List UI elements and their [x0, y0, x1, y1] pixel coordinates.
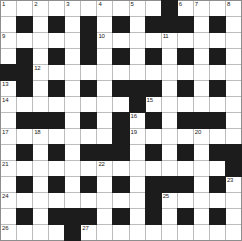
- cell-r5c14[interactable]: [226, 81, 241, 96]
- cell-r12c5[interactable]: [81, 193, 96, 208]
- cell-r8c8[interactable]: 19: [130, 129, 145, 144]
- block-cell-r7c7: [113, 113, 128, 128]
- cell-r0c6[interactable]: 4: [97, 1, 112, 16]
- cell-r2c8[interactable]: [130, 33, 145, 48]
- cell-r1c0[interactable]: [1, 17, 16, 32]
- block-cell-r1c11: [178, 17, 193, 32]
- cell-r7c10[interactable]: [162, 113, 177, 128]
- cell-r5c2[interactable]: [33, 81, 48, 96]
- cell-r14c5[interactable]: 27: [81, 225, 96, 240]
- cell-r11c14[interactable]: 23: [226, 177, 241, 192]
- cell-r9c12[interactable]: [194, 145, 209, 160]
- cell-r0c11[interactable]: 6: [178, 1, 193, 16]
- cell-r1c4[interactable]: [65, 17, 80, 32]
- cell-r12c0[interactable]: 24: [1, 193, 16, 208]
- cell-r12c11[interactable]: [178, 193, 193, 208]
- cell-r5c10[interactable]: [162, 81, 177, 96]
- cell-r12c8[interactable]: [130, 193, 145, 208]
- block-cell-r9c6: [97, 145, 112, 160]
- cell-r6c2[interactable]: [33, 97, 48, 112]
- block-cell-r9c3: [49, 145, 64, 160]
- cell-r11c0[interactable]: [1, 177, 16, 192]
- clue-number-26: 26: [2, 225, 8, 232]
- block-cell-r7c13: [210, 113, 225, 128]
- cell-r3c2[interactable]: [33, 49, 48, 64]
- block-cell-r1c5: [81, 17, 96, 32]
- cell-r9c10[interactable]: [162, 145, 177, 160]
- block-cell-r5c1: [17, 81, 32, 96]
- cell-r6c9[interactable]: 15: [146, 97, 161, 112]
- clue-number-9: 9: [2, 33, 5, 40]
- cell-r6c11[interactable]: [178, 97, 193, 112]
- block-cell-r5c7: [113, 81, 128, 96]
- cell-r3c12[interactable]: [194, 49, 209, 64]
- cell-r14c2[interactable]: [33, 225, 48, 240]
- block-cell-r12c9: [146, 193, 161, 208]
- cell-r3c8[interactable]: [130, 49, 145, 64]
- cell-r3c0[interactable]: [1, 49, 16, 64]
- cell-r10c0[interactable]: 21: [1, 161, 16, 176]
- cell-r8c9[interactable]: [146, 129, 161, 144]
- block-cell-r13c1: [17, 209, 32, 224]
- cell-r8c13[interactable]: [210, 129, 225, 144]
- block-cell-r13c3: [49, 209, 64, 224]
- cell-r0c8[interactable]: 5: [130, 1, 145, 16]
- cell-r10c10[interactable]: [162, 161, 177, 176]
- cell-r12c13[interactable]: [210, 193, 225, 208]
- cell-r2c14[interactable]: [226, 33, 241, 48]
- cell-r14c11[interactable]: [178, 225, 193, 240]
- cell-r10c5[interactable]: [81, 161, 96, 176]
- clue-number-25: 25: [163, 193, 169, 200]
- cell-r10c6[interactable]: 22: [97, 161, 112, 176]
- block-cell-r11c9: [146, 177, 161, 192]
- cell-r4c11[interactable]: [178, 65, 193, 80]
- cell-r7c4[interactable]: [65, 113, 80, 128]
- cell-r8c11[interactable]: [178, 129, 193, 144]
- block-cell-r5c8: [130, 81, 145, 96]
- block-cell-r9c7: [113, 145, 128, 160]
- block-cell-r13c5: [81, 209, 96, 224]
- cell-r13c8[interactable]: [130, 209, 145, 224]
- cell-r14c14[interactable]: [226, 225, 241, 240]
- clue-number-16: 16: [131, 113, 137, 120]
- cell-r10c2[interactable]: [33, 161, 48, 176]
- cell-r6c12[interactable]: [194, 97, 209, 112]
- clue-number-11: 11: [163, 33, 169, 40]
- cell-r9c0[interactable]: [1, 145, 16, 160]
- cell-r6c6[interactable]: [97, 97, 112, 112]
- block-cell-r11c7: [113, 177, 128, 192]
- cell-r8c6[interactable]: [97, 129, 112, 144]
- cell-r14c1[interactable]: [17, 225, 32, 240]
- cell-r6c4[interactable]: [65, 97, 80, 112]
- cell-r8c1[interactable]: [17, 129, 32, 144]
- cell-r6c3[interactable]: [49, 97, 64, 112]
- cell-r0c12[interactable]: 7: [194, 1, 209, 16]
- cell-r1c14[interactable]: [226, 17, 241, 32]
- block-cell-r1c1: [17, 17, 32, 32]
- cell-r12c10[interactable]: 25: [162, 193, 177, 208]
- crossword-grid: 1234567891011121314151617181920212223242…: [0, 0, 242, 241]
- cell-r4c10[interactable]: [162, 65, 177, 80]
- clue-number-4: 4: [98, 1, 101, 8]
- clue-number-12: 12: [34, 65, 40, 72]
- block-cell-r13c13: [210, 209, 225, 224]
- block-cell-r9c11: [178, 145, 193, 160]
- cell-r13c0[interactable]: [1, 209, 16, 224]
- cell-r14c3[interactable]: [49, 225, 64, 240]
- cell-r7c14[interactable]: [226, 113, 241, 128]
- block-cell-r5c13: [210, 81, 225, 96]
- cell-r2c6[interactable]: 10: [97, 33, 112, 48]
- block-cell-r11c1: [17, 177, 32, 192]
- block-cell-r3c7: [113, 49, 128, 64]
- cell-r4c2[interactable]: 12: [33, 65, 48, 80]
- cell-r10c12[interactable]: [194, 161, 209, 176]
- cell-r0c3[interactable]: [49, 1, 64, 16]
- cell-r2c3[interactable]: [49, 33, 64, 48]
- cell-r9c4[interactable]: [65, 145, 80, 160]
- block-cell-r5c9: [146, 81, 161, 96]
- crossword-board: 1234567891011121314151617181920212223242…: [0, 0, 242, 241]
- cell-r10c1[interactable]: [17, 161, 32, 176]
- block-cell-r9c5: [81, 145, 96, 160]
- cell-r10c8[interactable]: [130, 161, 145, 176]
- clue-number-2: 2: [34, 1, 37, 8]
- cell-r3c14[interactable]: [226, 49, 241, 64]
- block-cell-r3c5: [81, 49, 96, 64]
- cell-r0c13[interactable]: [210, 1, 225, 16]
- clue-number-8: 8: [227, 1, 230, 8]
- cell-r14c9[interactable]: [146, 225, 161, 240]
- block-cell-r11c3: [49, 177, 64, 192]
- cell-r3c6[interactable]: [97, 49, 112, 64]
- cell-r8c0[interactable]: 17: [1, 129, 16, 144]
- block-cell-r9c13: [210, 145, 225, 160]
- cell-r7c8[interactable]: 16: [130, 113, 145, 128]
- block-cell-r1c13: [210, 17, 225, 32]
- block-cell-r7c9: [146, 113, 161, 128]
- cell-r4c4[interactable]: [65, 65, 80, 80]
- cell-r12c1[interactable]: [17, 193, 32, 208]
- block-cell-r0c10: [162, 1, 177, 16]
- clue-number-17: 17: [2, 129, 8, 136]
- cell-r11c8[interactable]: [130, 177, 145, 192]
- cell-r14c6[interactable]: [97, 225, 112, 240]
- block-cell-r6c8: [130, 97, 145, 112]
- block-cell-r5c11: [178, 81, 193, 96]
- cell-r8c12[interactable]: 20: [194, 129, 209, 144]
- block-cell-r5c5: [81, 81, 96, 96]
- block-cell-r3c9: [146, 49, 161, 64]
- block-cell-r2c5: [81, 33, 96, 48]
- cell-r14c12[interactable]: [194, 225, 209, 240]
- cell-r2c11[interactable]: [178, 33, 193, 48]
- clue-number-22: 22: [98, 161, 104, 168]
- cell-r0c7[interactable]: [113, 1, 128, 16]
- cell-r4c13[interactable]: [210, 65, 225, 80]
- block-cell-r13c9: [146, 209, 161, 224]
- clue-number-5: 5: [131, 1, 134, 8]
- cell-r2c12[interactable]: [194, 33, 209, 48]
- block-cell-r3c3: [49, 49, 64, 64]
- clue-number-20: 20: [195, 129, 201, 136]
- cell-r6c5[interactable]: [81, 97, 96, 112]
- cell-r2c13[interactable]: [210, 33, 225, 48]
- cell-r12c14[interactable]: [226, 193, 241, 208]
- cell-r11c4[interactable]: [65, 177, 80, 192]
- block-cell-r4c0: [1, 65, 16, 80]
- cell-r5c6[interactable]: [97, 81, 112, 96]
- cell-r6c1[interactable]: [17, 97, 32, 112]
- cell-r13c2[interactable]: [33, 209, 48, 224]
- block-cell-r7c11: [178, 113, 193, 128]
- cell-r2c10[interactable]: 11: [162, 33, 177, 48]
- cell-r12c4[interactable]: [65, 193, 80, 208]
- cell-r14c13[interactable]: [210, 225, 225, 240]
- cell-r8c10[interactable]: [162, 129, 177, 144]
- cell-r11c2[interactable]: [33, 177, 48, 192]
- clue-number-27: 27: [82, 225, 88, 232]
- cell-r2c0[interactable]: 9: [1, 33, 16, 48]
- cell-r0c0[interactable]: 1: [1, 1, 16, 16]
- block-cell-r7c5: [81, 113, 96, 128]
- cell-r14c0[interactable]: 26: [1, 225, 16, 240]
- cell-r6c7[interactable]: [113, 97, 128, 112]
- cell-r5c0[interactable]: 13: [1, 81, 16, 96]
- block-cell-r11c13: [210, 177, 225, 192]
- block-cell-r7c12: [194, 113, 209, 128]
- clue-number-7: 7: [195, 1, 198, 8]
- cell-r8c5[interactable]: [81, 129, 96, 144]
- clue-number-15: 15: [147, 97, 153, 104]
- block-cell-r8c7: [113, 129, 128, 144]
- cell-r4c14[interactable]: [226, 65, 241, 80]
- block-cell-r5c3: [49, 81, 64, 96]
- cell-r10c4[interactable]: [65, 161, 80, 176]
- block-cell-r9c1: [17, 145, 32, 160]
- cell-r9c8[interactable]: [130, 145, 145, 160]
- block-cell-r11c5: [81, 177, 96, 192]
- cell-r12c7[interactable]: [113, 193, 128, 208]
- cell-r12c2[interactable]: [33, 193, 48, 208]
- block-cell-r1c3: [49, 17, 64, 32]
- cell-r4c7[interactable]: [113, 65, 128, 80]
- cell-r14c10[interactable]: [162, 225, 177, 240]
- block-cell-r11c10: [162, 177, 177, 192]
- cell-r12c3[interactable]: [49, 193, 64, 208]
- block-cell-r1c10: [162, 17, 177, 32]
- clue-number-3: 3: [66, 1, 69, 8]
- block-cell-r14c4: [65, 225, 80, 240]
- block-cell-r3c11: [178, 49, 193, 64]
- cell-r5c12[interactable]: [194, 81, 209, 96]
- cell-r2c1[interactable]: [17, 33, 32, 48]
- cell-r1c2[interactable]: [33, 17, 48, 32]
- cell-r2c4[interactable]: [65, 33, 80, 48]
- block-cell-r10c14: [226, 161, 241, 176]
- cell-r10c13[interactable]: [210, 161, 225, 176]
- block-cell-r9c9: [146, 145, 161, 160]
- cell-r6c14[interactable]: [226, 97, 241, 112]
- cell-r10c7[interactable]: [113, 161, 128, 176]
- block-cell-r7c3: [49, 113, 64, 128]
- block-cell-r13c7: [113, 209, 128, 224]
- cell-r1c12[interactable]: [194, 17, 209, 32]
- clue-number-24: 24: [2, 193, 8, 200]
- cell-r1c8[interactable]: [130, 17, 145, 32]
- cell-r4c3[interactable]: [49, 65, 64, 80]
- cell-r13c14[interactable]: [226, 209, 241, 224]
- cell-r4c5[interactable]: [81, 65, 96, 80]
- cell-r0c4[interactable]: 3: [65, 1, 80, 16]
- cell-r2c2[interactable]: [33, 33, 48, 48]
- block-cell-r3c13: [210, 49, 225, 64]
- clue-number-1: 1: [2, 1, 5, 8]
- block-cell-r1c7: [113, 17, 128, 32]
- cell-r0c2[interactable]: 2: [33, 1, 48, 16]
- block-cell-r13c4: [65, 209, 80, 224]
- cell-r14c7[interactable]: [113, 225, 128, 240]
- cell-r8c3[interactable]: [49, 129, 64, 144]
- cell-r12c6[interactable]: [97, 193, 112, 208]
- cell-r0c5[interactable]: [81, 1, 96, 16]
- cell-r13c6[interactable]: [97, 209, 112, 224]
- cell-r5c4[interactable]: [65, 81, 80, 96]
- cell-r7c0[interactable]: [1, 113, 16, 128]
- cell-r8c2[interactable]: 18: [33, 129, 48, 144]
- cell-r4c6[interactable]: [97, 65, 112, 80]
- cell-r13c10[interactable]: [162, 209, 177, 224]
- block-cell-r4c1: [17, 65, 32, 80]
- cell-r11c6[interactable]: [97, 177, 112, 192]
- cell-r0c9[interactable]: [146, 1, 161, 16]
- clue-number-13: 13: [2, 81, 8, 88]
- cell-r3c10[interactable]: [162, 49, 177, 64]
- clue-number-21: 21: [2, 161, 8, 168]
- clue-number-6: 6: [179, 1, 182, 8]
- cell-r10c9[interactable]: [146, 161, 161, 176]
- cell-r0c14[interactable]: 8: [226, 1, 241, 16]
- block-cell-r13c11: [178, 209, 193, 224]
- clue-number-10: 10: [98, 33, 104, 40]
- block-cell-r7c1: [17, 113, 32, 128]
- cell-r6c13[interactable]: [210, 97, 225, 112]
- cell-r1c6[interactable]: [97, 17, 112, 32]
- block-cell-r3c1: [17, 49, 32, 64]
- cell-r3c4[interactable]: [65, 49, 80, 64]
- cell-r6c10[interactable]: [162, 97, 177, 112]
- cell-r13c12[interactable]: [194, 209, 209, 224]
- cell-r4c9[interactable]: [146, 65, 161, 80]
- clue-number-18: 18: [34, 129, 40, 136]
- cell-r9c2[interactable]: [33, 145, 48, 160]
- cell-r8c4[interactable]: [65, 129, 80, 144]
- clue-number-14: 14: [2, 97, 8, 104]
- cell-r6c0[interactable]: 14: [1, 97, 16, 112]
- cell-r2c7[interactable]: [113, 33, 128, 48]
- block-cell-r11c11: [178, 177, 193, 192]
- cell-r14c8[interactable]: [130, 225, 145, 240]
- cell-r8c14[interactable]: [226, 129, 241, 144]
- cell-r4c8[interactable]: [130, 65, 145, 80]
- cell-r2c9[interactable]: [146, 33, 161, 48]
- cell-r12c12[interactable]: [194, 193, 209, 208]
- cell-r0c1[interactable]: [17, 1, 32, 16]
- cell-r4c12[interactable]: [194, 65, 209, 80]
- block-cell-r7c2: [33, 113, 48, 128]
- clue-number-23: 23: [227, 177, 233, 184]
- clue-number-19: 19: [131, 129, 137, 136]
- cell-r10c3[interactable]: [49, 161, 64, 176]
- block-cell-r9c14: [226, 145, 241, 160]
- cell-r11c12[interactable]: [194, 177, 209, 192]
- block-cell-r1c9: [146, 17, 161, 32]
- cell-r10c11[interactable]: [178, 161, 193, 176]
- cell-r7c6[interactable]: [97, 113, 112, 128]
